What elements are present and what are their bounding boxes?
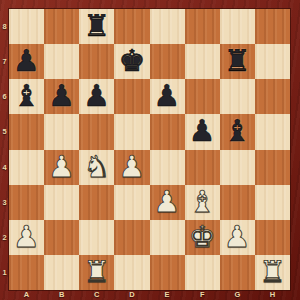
white-pawn[interactable]: ♟ [224,220,251,254]
square-b5[interactable] [44,114,79,149]
square-b2[interactable] [44,220,79,255]
black-rook[interactable]: ♜ [224,44,251,78]
square-h5[interactable] [255,114,290,149]
rank-label-4: 4 [0,150,9,185]
square-a6[interactable]: ♝ [9,79,44,114]
square-a4[interactable] [9,150,44,185]
black-bishop[interactable]: ♝ [224,114,251,148]
black-bishop[interactable]: ♝ [13,79,40,113]
square-c7[interactable] [79,44,114,79]
square-b3[interactable] [44,185,79,220]
rank-label-6: 6 [0,79,9,114]
white-rook[interactable]: ♜ [83,255,110,289]
square-f7[interactable] [185,44,220,79]
square-g5[interactable]: ♝ [220,114,255,149]
rank-label-7: 7 [0,44,9,79]
square-f1[interactable] [185,255,220,290]
chessboard: ♜♟♚♜♝♟♟♟♟♝♟♞♟♟♝♟♚♟♜♜ [9,9,290,290]
black-rook[interactable]: ♜ [83,9,110,43]
square-h1[interactable]: ♜ [255,255,290,290]
square-b7[interactable] [44,44,79,79]
square-g4[interactable] [220,150,255,185]
black-king[interactable]: ♚ [118,44,145,78]
square-h7[interactable] [255,44,290,79]
square-h2[interactable] [255,220,290,255]
file-label-f: F [185,289,220,300]
square-e1[interactable] [150,255,185,290]
square-b1[interactable] [44,255,79,290]
square-e2[interactable] [150,220,185,255]
square-c2[interactable] [79,220,114,255]
square-g2[interactable]: ♟ [220,220,255,255]
white-knight[interactable]: ♞ [83,150,110,184]
black-pawn[interactable]: ♟ [83,79,110,113]
square-g7[interactable]: ♜ [220,44,255,79]
rank-labels: 87654321 [0,9,9,290]
square-f5[interactable]: ♟ [185,114,220,149]
square-a1[interactable] [9,255,44,290]
square-c8[interactable]: ♜ [79,9,114,44]
square-h8[interactable] [255,9,290,44]
square-a8[interactable] [9,9,44,44]
square-b8[interactable] [44,9,79,44]
square-c4[interactable]: ♞ [79,150,114,185]
white-bishop[interactable]: ♝ [189,185,216,219]
square-e3[interactable]: ♟ [150,185,185,220]
square-d2[interactable] [114,220,149,255]
square-c5[interactable] [79,114,114,149]
square-a5[interactable] [9,114,44,149]
white-pawn[interactable]: ♟ [154,185,181,219]
square-d7[interactable]: ♚ [114,44,149,79]
file-label-a: A [9,289,44,300]
square-f2[interactable]: ♚ [185,220,220,255]
square-e5[interactable] [150,114,185,149]
square-d5[interactable] [114,114,149,149]
square-g6[interactable] [220,79,255,114]
square-e4[interactable] [150,150,185,185]
square-d4[interactable]: ♟ [114,150,149,185]
rank-label-8: 8 [0,9,9,44]
white-pawn[interactable]: ♟ [13,220,40,254]
square-a2[interactable]: ♟ [9,220,44,255]
file-label-d: D [114,289,149,300]
square-c3[interactable] [79,185,114,220]
black-pawn[interactable]: ♟ [189,114,216,148]
square-a7[interactable]: ♟ [9,44,44,79]
square-f8[interactable] [185,9,220,44]
square-g3[interactable] [220,185,255,220]
square-e8[interactable] [150,9,185,44]
white-king[interactable]: ♚ [189,220,216,254]
white-rook[interactable]: ♜ [259,255,286,289]
square-d1[interactable] [114,255,149,290]
square-c1[interactable]: ♜ [79,255,114,290]
square-c6[interactable]: ♟ [79,79,114,114]
square-f4[interactable] [185,150,220,185]
rank-label-5: 5 [0,114,9,149]
white-pawn[interactable]: ♟ [118,150,145,184]
black-pawn[interactable]: ♟ [48,79,75,113]
square-b4[interactable]: ♟ [44,150,79,185]
file-label-g: G [220,289,255,300]
square-d6[interactable] [114,79,149,114]
file-label-h: H [255,289,290,300]
black-pawn[interactable]: ♟ [13,44,40,78]
rank-label-2: 2 [0,220,9,255]
square-a3[interactable] [9,185,44,220]
black-pawn[interactable]: ♟ [154,79,181,113]
file-label-b: B [44,289,79,300]
square-g8[interactable] [220,9,255,44]
square-f6[interactable] [185,79,220,114]
square-d8[interactable] [114,9,149,44]
square-e6[interactable]: ♟ [150,79,185,114]
rank-label-3: 3 [0,185,9,220]
file-label-e: E [150,289,185,300]
square-h4[interactable] [255,150,290,185]
square-e7[interactable] [150,44,185,79]
white-pawn[interactable]: ♟ [48,150,75,184]
board-frame: 87654321 ABCDEFGH ♜♟♚♜♝♟♟♟♟♝♟♞♟♟♝♟♚♟♜♜ [0,0,300,300]
rank-label-1: 1 [0,255,9,290]
square-h6[interactable] [255,79,290,114]
square-f3[interactable]: ♝ [185,185,220,220]
file-label-c: C [79,289,114,300]
square-g1[interactable] [220,255,255,290]
square-b6[interactable]: ♟ [44,79,79,114]
file-labels: ABCDEFGH [9,289,290,300]
square-h3[interactable] [255,185,290,220]
square-d3[interactable] [114,185,149,220]
